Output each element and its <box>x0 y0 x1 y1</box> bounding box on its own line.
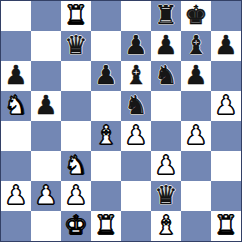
square-b4[interactable] <box>31 121 61 151</box>
piece-black-pawn[interactable]: ♟ <box>4 61 27 90</box>
square-a2[interactable]: ♟ <box>1 181 31 211</box>
piece-white-pawn[interactable]: ♟ <box>4 181 27 210</box>
piece-black-king[interactable]: ♚ <box>184 1 207 30</box>
square-d7[interactable] <box>91 31 121 61</box>
square-e6[interactable]: ♝ <box>121 61 151 91</box>
square-f2[interactable]: ♛ <box>151 181 181 211</box>
square-a6[interactable]: ♟ <box>1 61 31 91</box>
square-e5[interactable]: ♞ <box>121 91 151 121</box>
piece-black-pawn[interactable]: ♟ <box>184 61 207 90</box>
square-f3[interactable]: ♟ <box>151 151 181 181</box>
square-b7[interactable] <box>31 31 61 61</box>
piece-white-bishop[interactable]: ♝ <box>94 121 117 150</box>
square-h5[interactable]: ♟ <box>211 91 241 121</box>
square-e3[interactable] <box>121 151 151 181</box>
square-h4[interactable] <box>211 121 241 151</box>
square-a3[interactable] <box>1 151 31 181</box>
square-e8[interactable] <box>121 1 151 31</box>
square-d1[interactable]: ♜ <box>91 211 121 241</box>
square-a7[interactable] <box>1 31 31 61</box>
piece-white-pawn[interactable]: ♟ <box>124 121 147 150</box>
piece-white-pawn[interactable]: ♟ <box>154 151 177 180</box>
square-h6[interactable] <box>211 61 241 91</box>
square-b6[interactable] <box>31 61 61 91</box>
square-g8[interactable]: ♚ <box>181 1 211 31</box>
piece-black-queen[interactable]: ♛ <box>64 31 87 60</box>
square-e4[interactable]: ♟ <box>121 121 151 151</box>
piece-black-rook[interactable]: ♜ <box>154 1 177 30</box>
square-c8[interactable]: ♜ <box>61 1 91 31</box>
chess-board-frame: ♜♜♚♛♟♟♝♟♟♟♝♞♟♞♟♞♟♝♟♟♞♟♟♟♟♛♚♜♝♜ <box>0 0 242 242</box>
square-a4[interactable] <box>1 121 31 151</box>
square-g3[interactable] <box>181 151 211 181</box>
square-a8[interactable] <box>1 1 31 31</box>
piece-black-bishop[interactable]: ♝ <box>184 31 207 60</box>
piece-white-king[interactable]: ♚ <box>64 211 87 240</box>
square-b2[interactable]: ♟ <box>31 181 61 211</box>
piece-black-pawn[interactable]: ♟ <box>34 91 57 120</box>
piece-black-pawn[interactable]: ♟ <box>154 31 177 60</box>
square-g2[interactable] <box>181 181 211 211</box>
piece-white-pawn[interactable]: ♟ <box>184 121 207 150</box>
square-h8[interactable] <box>211 1 241 31</box>
square-g6[interactable]: ♟ <box>181 61 211 91</box>
square-h7[interactable]: ♟ <box>211 31 241 61</box>
piece-white-knight[interactable]: ♞ <box>4 91 27 120</box>
square-d3[interactable] <box>91 151 121 181</box>
piece-black-knight[interactable]: ♞ <box>154 61 177 90</box>
square-d2[interactable] <box>91 181 121 211</box>
square-c6[interactable] <box>61 61 91 91</box>
square-a5[interactable]: ♞ <box>1 91 31 121</box>
square-g7[interactable]: ♝ <box>181 31 211 61</box>
piece-white-pawn[interactable]: ♟ <box>64 181 87 210</box>
square-g1[interactable] <box>181 211 211 241</box>
square-c2[interactable]: ♟ <box>61 181 91 211</box>
square-b3[interactable] <box>31 151 61 181</box>
square-b8[interactable] <box>31 1 61 31</box>
piece-black-pawn[interactable]: ♟ <box>124 31 147 60</box>
square-f6[interactable]: ♞ <box>151 61 181 91</box>
piece-white-bishop[interactable]: ♝ <box>154 211 177 240</box>
square-h3[interactable] <box>211 151 241 181</box>
square-f1[interactable]: ♝ <box>151 211 181 241</box>
square-d6[interactable]: ♟ <box>91 61 121 91</box>
square-b5[interactable]: ♟ <box>31 91 61 121</box>
square-c4[interactable] <box>61 121 91 151</box>
piece-black-pawn[interactable]: ♟ <box>94 61 117 90</box>
chess-board: ♜♜♚♛♟♟♝♟♟♟♝♞♟♞♟♞♟♝♟♟♞♟♟♟♟♛♚♜♝♜ <box>1 1 241 241</box>
square-e1[interactable] <box>121 211 151 241</box>
piece-black-pawn[interactable]: ♟ <box>214 31 237 60</box>
square-f7[interactable]: ♟ <box>151 31 181 61</box>
square-c7[interactable]: ♛ <box>61 31 91 61</box>
square-g4[interactable]: ♟ <box>181 121 211 151</box>
square-f8[interactable]: ♜ <box>151 1 181 31</box>
square-c1[interactable]: ♚ <box>61 211 91 241</box>
piece-white-pawn[interactable]: ♟ <box>34 181 57 210</box>
square-c5[interactable] <box>61 91 91 121</box>
piece-white-rook[interactable]: ♜ <box>64 1 87 30</box>
square-c3[interactable]: ♞ <box>61 151 91 181</box>
piece-black-queen[interactable]: ♛ <box>154 181 177 210</box>
piece-white-pawn[interactable]: ♟ <box>214 91 237 120</box>
square-f4[interactable] <box>151 121 181 151</box>
piece-black-knight[interactable]: ♞ <box>124 91 147 120</box>
square-h1[interactable]: ♜ <box>211 211 241 241</box>
piece-black-bishop[interactable]: ♝ <box>124 61 147 90</box>
square-h2[interactable] <box>211 181 241 211</box>
square-f5[interactable] <box>151 91 181 121</box>
square-g5[interactable] <box>181 91 211 121</box>
square-d8[interactable] <box>91 1 121 31</box>
square-d5[interactable] <box>91 91 121 121</box>
piece-white-knight[interactable]: ♞ <box>64 151 87 180</box>
square-e7[interactable]: ♟ <box>121 31 151 61</box>
piece-white-rook[interactable]: ♜ <box>94 211 117 240</box>
square-b1[interactable] <box>31 211 61 241</box>
piece-white-rook[interactable]: ♜ <box>214 211 237 240</box>
square-d4[interactable]: ♝ <box>91 121 121 151</box>
square-e2[interactable] <box>121 181 151 211</box>
square-a1[interactable] <box>1 211 31 241</box>
